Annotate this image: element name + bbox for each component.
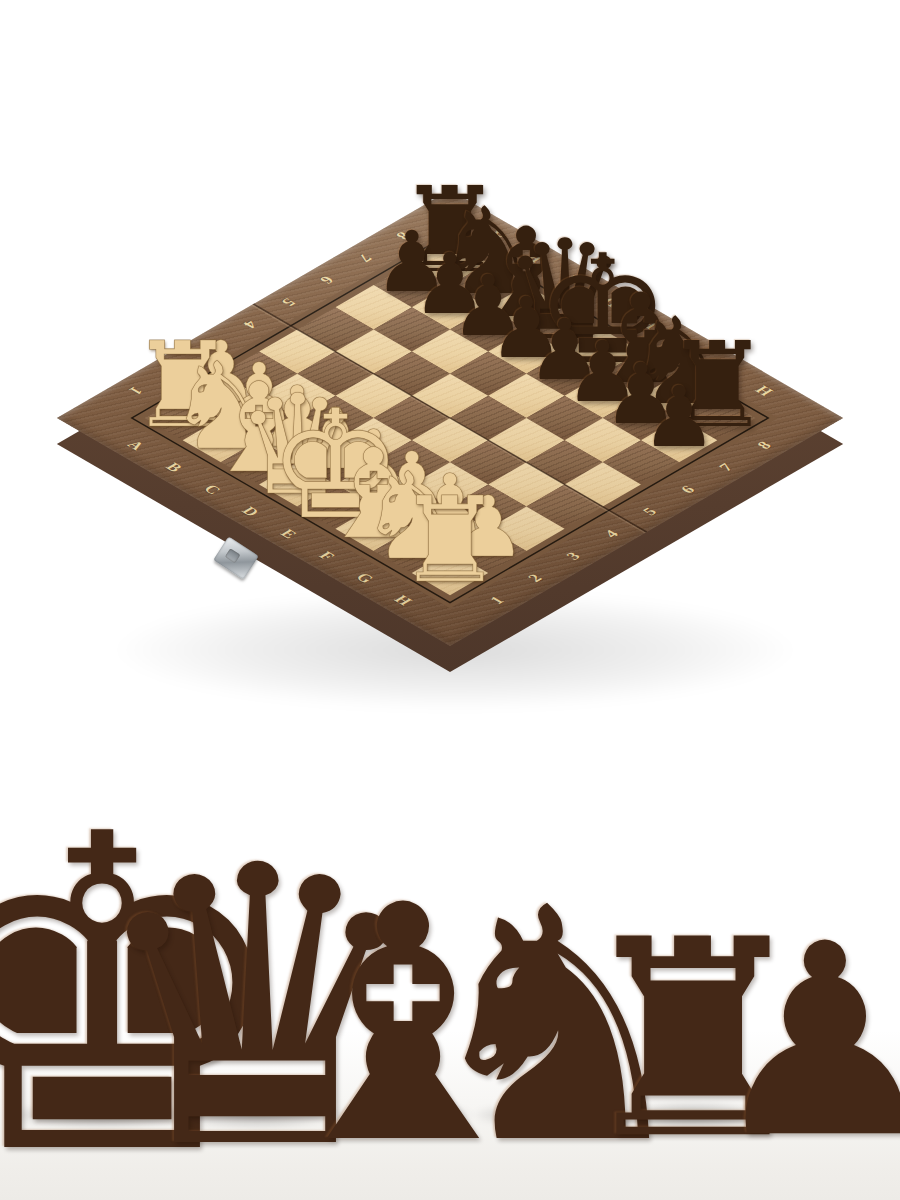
product-photo: ♜♞♝♛♚♝♞♜♟♟♟♟♟♟♟♟♟♟♟♟♟♟♟♟♜♞♝♛♚♝♞♜ AABBCCD… bbox=[0, 0, 900, 1200]
lineup-piece-pawn: ♟ bbox=[706, 909, 900, 1174]
piece-lineup: ♚♛♝♞♜♟ bbox=[0, 740, 900, 1200]
piece-black-pawn-h7[interactable]: ♟ bbox=[641, 375, 716, 459]
square-h1[interactable]: ♜ bbox=[412, 551, 488, 595]
board-scene: ♜♞♝♛♚♝♞♜♟♟♟♟♟♟♟♟♟♟♟♟♟♟♟♟♜♞♝♛♚♝♞♜ AABBCCD… bbox=[0, 0, 900, 760]
square-h7[interactable]: ♟ bbox=[641, 418, 717, 462]
piece-white-rook-h1[interactable]: ♜ bbox=[397, 481, 503, 599]
chess-board: ♜♞♝♛♚♝♞♜♟♟♟♟♟♟♟♟♟♟♟♟♟♟♟♟♜♞♝♛♚♝♞♜ AABBCCD… bbox=[57, 190, 843, 646]
